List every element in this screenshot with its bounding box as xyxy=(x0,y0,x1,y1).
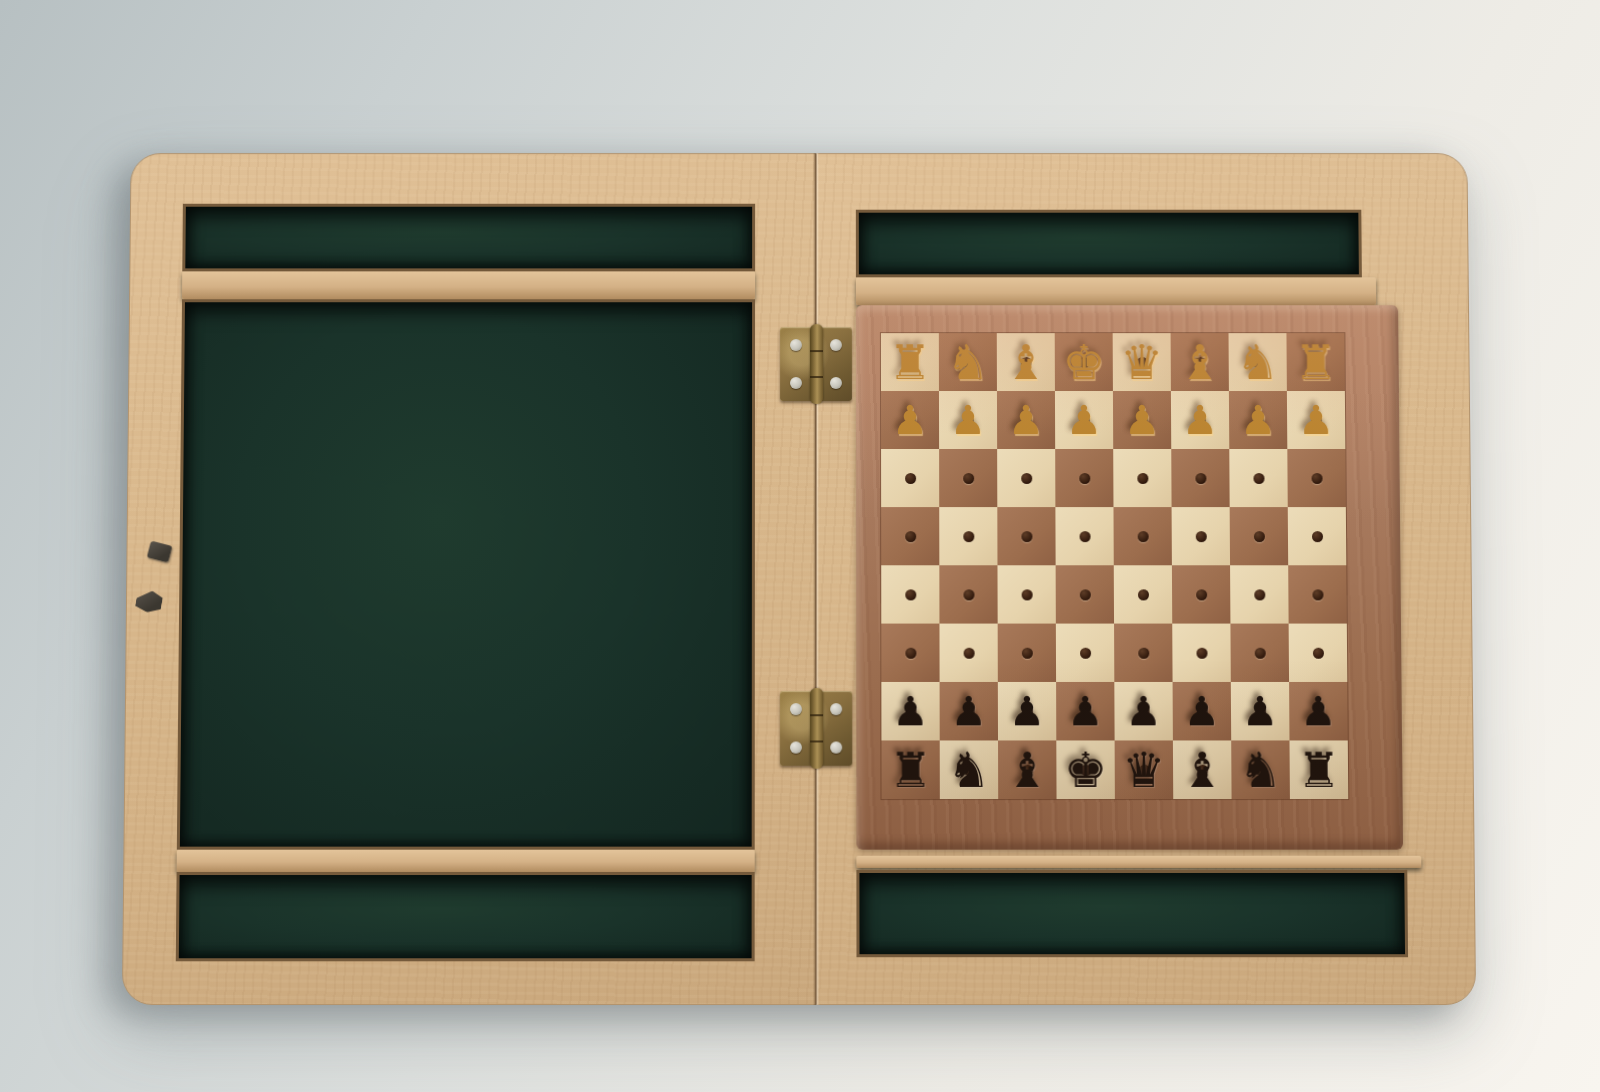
peg-hole xyxy=(905,531,916,542)
piece-black-pawn-h7[interactable]: ♟ xyxy=(881,682,939,741)
peg-hole xyxy=(1138,531,1149,542)
travel-chess-box: ♜♞♝♚♛♝♞♜♟♟♟♟♟♟♟♟♟♟♟♟♟♟♟♟♜♞♝♚♛♝♞♜ xyxy=(122,153,1476,1005)
peg-hole xyxy=(1255,648,1266,659)
square-d8[interactable]: ♛ xyxy=(1115,740,1174,799)
square-c7[interactable]: ♟ xyxy=(1173,682,1232,741)
square-b2[interactable]: ♟ xyxy=(1229,391,1287,449)
square-g2[interactable]: ♟ xyxy=(939,391,997,449)
square-h2[interactable]: ♟ xyxy=(881,391,939,449)
square-g6[interactable] xyxy=(939,624,997,682)
square-f5[interactable] xyxy=(997,565,1055,623)
square-c8[interactable]: ♝ xyxy=(1173,740,1232,799)
photo-scene: ♜♞♝♚♛♝♞♜♟♟♟♟♟♟♟♟♟♟♟♟♟♟♟♟♜♞♝♚♛♝♞♜ xyxy=(0,0,1600,1092)
piece-white-knight-g1[interactable]: ♞ xyxy=(939,333,997,391)
peg-hole xyxy=(1253,473,1264,484)
piece-black-pawn-f7[interactable]: ♟ xyxy=(998,682,1056,741)
piece-white-pawn-c2[interactable]: ♟ xyxy=(1171,391,1229,449)
wood-divider-top-left xyxy=(182,271,755,299)
wood-divider-top-right xyxy=(856,277,1376,305)
piece-white-pawn-b2[interactable]: ♟ xyxy=(1229,391,1287,449)
square-h5[interactable] xyxy=(881,565,939,623)
square-g1[interactable]: ♞ xyxy=(939,333,997,391)
screw-icon xyxy=(830,703,842,715)
piece-black-pawn-c7[interactable]: ♟ xyxy=(1173,682,1232,741)
box-base-right: ♜♞♝♚♛♝♞♜♟♟♟♟♟♟♟♟♟♟♟♟♟♟♟♟♜♞♝♚♛♝♞♜ xyxy=(816,153,1476,1005)
square-e4[interactable] xyxy=(1055,507,1113,565)
square-d2[interactable]: ♟ xyxy=(1113,391,1171,449)
square-h1[interactable]: ♜ xyxy=(881,333,939,391)
square-c2[interactable]: ♟ xyxy=(1171,391,1229,449)
square-b8[interactable]: ♞ xyxy=(1231,740,1290,799)
peg-hole xyxy=(1196,648,1207,659)
piece-black-rook-a8[interactable]: ♜ xyxy=(1289,740,1348,799)
piece-white-pawn-d2[interactable]: ♟ xyxy=(1113,391,1171,449)
square-f4[interactable] xyxy=(997,507,1055,565)
square-c3[interactable] xyxy=(1171,449,1229,507)
lid-seam xyxy=(813,153,819,1005)
square-h4[interactable] xyxy=(881,507,939,565)
checkerboard: ♜♞♝♚♛♝♞♜♟♟♟♟♟♟♟♟♟♟♟♟♟♟♟♟♜♞♝♚♛♝♞♜ xyxy=(881,333,1348,799)
square-d7[interactable]: ♟ xyxy=(1114,682,1173,741)
square-g8[interactable]: ♞ xyxy=(940,740,998,799)
wood-stick-divider-right xyxy=(856,856,1421,868)
peg-hole xyxy=(964,648,975,659)
hinge-barrel-icon xyxy=(810,324,823,404)
peg-hole xyxy=(1196,589,1207,600)
peg-hole xyxy=(1254,589,1265,600)
peg-hole xyxy=(963,531,974,542)
peg-hole xyxy=(1312,589,1323,600)
square-e5[interactable] xyxy=(1056,565,1114,623)
square-h3[interactable] xyxy=(881,449,939,507)
square-f6[interactable] xyxy=(998,624,1056,682)
square-c1[interactable]: ♝ xyxy=(1171,333,1229,391)
square-a8[interactable]: ♜ xyxy=(1289,740,1348,799)
square-c5[interactable] xyxy=(1172,565,1231,623)
peg-hole xyxy=(1080,648,1091,659)
square-h7[interactable]: ♟ xyxy=(881,682,939,741)
screw-icon xyxy=(790,377,802,389)
square-d1[interactable]: ♛ xyxy=(1113,333,1171,391)
screw-icon xyxy=(790,741,802,753)
square-e1[interactable]: ♚ xyxy=(1055,333,1113,391)
hinge-barrel-icon xyxy=(810,688,823,769)
felt-tray-main-left xyxy=(177,299,755,849)
square-e3[interactable] xyxy=(1055,449,1113,507)
peg-hole xyxy=(1196,531,1207,542)
square-f1[interactable]: ♝ xyxy=(997,333,1055,391)
square-b7[interactable]: ♟ xyxy=(1231,682,1290,741)
square-b4[interactable] xyxy=(1230,507,1289,565)
square-f2[interactable]: ♟ xyxy=(997,391,1055,449)
square-e8[interactable]: ♚ xyxy=(1056,740,1115,799)
felt-tray-bottom-left xyxy=(176,872,755,961)
square-h6[interactable] xyxy=(881,624,939,682)
square-e2[interactable]: ♟ xyxy=(1055,391,1113,449)
piece-black-knight-g8[interactable]: ♞ xyxy=(940,740,998,799)
brass-hinge-top-icon xyxy=(780,327,852,401)
square-g3[interactable] xyxy=(939,449,997,507)
peg-hole xyxy=(1313,648,1324,659)
wood-divider-bottom-left xyxy=(177,850,755,872)
piece-white-pawn-h2[interactable]: ♟ xyxy=(881,391,939,449)
peg-hole xyxy=(1022,648,1033,659)
felt-tray-top-left xyxy=(182,204,755,272)
piece-white-pawn-a2[interactable]: ♟ xyxy=(1287,391,1345,449)
square-g7[interactable]: ♟ xyxy=(940,682,998,741)
screw-icon xyxy=(790,339,802,351)
piece-white-pawn-f2[interactable]: ♟ xyxy=(997,391,1055,449)
peg-hole xyxy=(905,648,916,659)
peg-hole xyxy=(1137,473,1148,484)
piece-white-bishop-c1[interactable]: ♝ xyxy=(1171,333,1229,391)
peg-hole xyxy=(1195,473,1206,484)
peg-hole xyxy=(905,473,916,484)
square-d5[interactable] xyxy=(1114,565,1172,623)
piece-white-queen-d1[interactable]: ♛ xyxy=(1113,333,1171,391)
square-f7[interactable]: ♟ xyxy=(998,682,1056,741)
square-a7[interactable]: ♟ xyxy=(1289,682,1348,741)
square-b6[interactable] xyxy=(1230,624,1289,682)
peg-hole xyxy=(1312,531,1323,542)
square-b3[interactable] xyxy=(1229,449,1287,507)
piece-black-pawn-a7[interactable]: ♟ xyxy=(1289,682,1348,741)
piece-black-pawn-d7[interactable]: ♟ xyxy=(1114,682,1173,741)
square-g5[interactable] xyxy=(939,565,997,623)
peg-hole xyxy=(1021,473,1032,484)
square-c6[interactable] xyxy=(1172,624,1231,682)
piece-black-pawn-e7[interactable]: ♟ xyxy=(1056,682,1115,741)
square-b5[interactable] xyxy=(1230,565,1289,623)
piece-black-bishop-c8[interactable]: ♝ xyxy=(1173,740,1232,799)
square-d6[interactable] xyxy=(1114,624,1173,682)
box-lid-left xyxy=(122,153,816,1005)
piece-white-bishop-f1[interactable]: ♝ xyxy=(997,333,1055,391)
square-e7[interactable]: ♟ xyxy=(1056,682,1115,741)
felt-tray-top-right xyxy=(856,210,1362,278)
peg-hole xyxy=(1080,589,1091,600)
square-a6[interactable] xyxy=(1289,624,1348,682)
piece-black-bishop-f8[interactable]: ♝ xyxy=(998,740,1057,799)
square-f8[interactable]: ♝ xyxy=(998,740,1057,799)
piece-white-pawn-e2[interactable]: ♟ xyxy=(1055,391,1113,449)
peg-hole xyxy=(1138,648,1149,659)
square-b1[interactable]: ♞ xyxy=(1229,333,1287,391)
square-a4[interactable] xyxy=(1288,507,1347,565)
peg-hole xyxy=(1079,473,1090,484)
square-e6[interactable] xyxy=(1056,624,1114,682)
brass-hinge-bottom-icon xyxy=(780,691,852,766)
square-a3[interactable] xyxy=(1287,449,1346,507)
peg-hole xyxy=(1080,531,1091,542)
square-h8[interactable]: ♜ xyxy=(881,740,939,799)
peg-hole xyxy=(963,589,974,600)
piece-black-queen-d8[interactable]: ♛ xyxy=(1115,740,1174,799)
peg-hole xyxy=(1022,589,1033,600)
square-d3[interactable] xyxy=(1113,449,1171,507)
screw-icon xyxy=(830,377,842,389)
square-a1[interactable]: ♜ xyxy=(1286,333,1344,391)
square-a2[interactable]: ♟ xyxy=(1287,391,1345,449)
piece-black-knight-b8[interactable]: ♞ xyxy=(1231,740,1290,799)
piece-white-pawn-g2[interactable]: ♟ xyxy=(939,391,997,449)
felt-tray-bottom-right xyxy=(856,870,1408,957)
square-f3[interactable] xyxy=(997,449,1055,507)
square-g4[interactable] xyxy=(939,507,997,565)
screw-icon xyxy=(790,703,802,715)
peg-hole xyxy=(963,473,974,484)
piece-white-knight-b1[interactable]: ♞ xyxy=(1229,333,1287,391)
piece-black-king-e8[interactable]: ♚ xyxy=(1056,740,1115,799)
peg-hole xyxy=(905,589,916,600)
square-c4[interactable] xyxy=(1172,507,1230,565)
piece-white-king-e1[interactable]: ♚ xyxy=(1055,333,1113,391)
peg-hole xyxy=(1312,473,1323,484)
mahogany-board-slab: ♜♞♝♚♛♝♞♜♟♟♟♟♟♟♟♟♟♟♟♟♟♟♟♟♜♞♝♚♛♝♞♜ xyxy=(856,305,1403,849)
screw-icon xyxy=(830,741,842,753)
square-a5[interactable] xyxy=(1288,565,1347,623)
piece-black-rook-h8[interactable]: ♜ xyxy=(881,740,939,799)
piece-black-pawn-b7[interactable]: ♟ xyxy=(1231,682,1290,741)
piece-white-rook-a1[interactable]: ♜ xyxy=(1286,333,1344,391)
peg-hole xyxy=(1021,531,1032,542)
piece-white-rook-h1[interactable]: ♜ xyxy=(881,333,939,391)
peg-hole xyxy=(1138,589,1149,600)
screw-icon xyxy=(830,339,842,351)
square-d4[interactable] xyxy=(1113,507,1171,565)
piece-black-pawn-g7[interactable]: ♟ xyxy=(940,682,998,741)
peg-hole xyxy=(1254,531,1265,542)
